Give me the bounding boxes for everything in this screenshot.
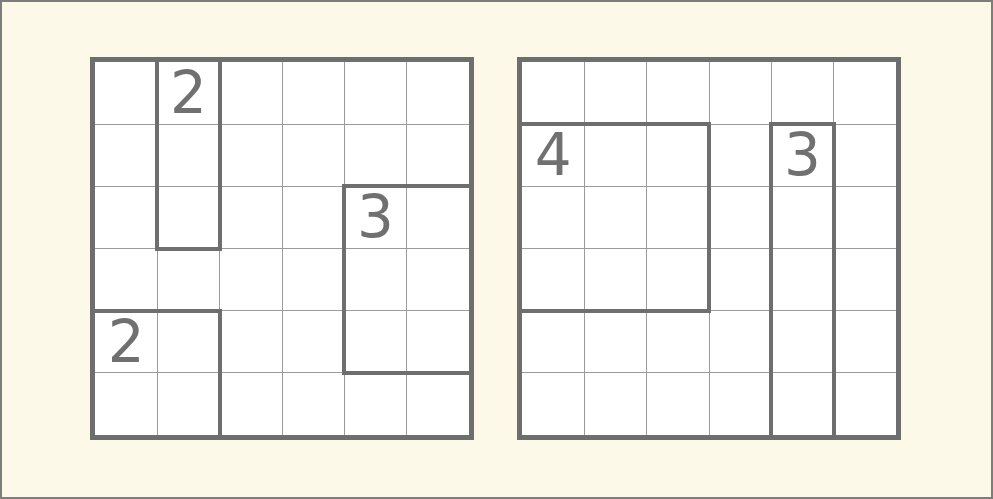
region-border-segment [707,122,711,313]
cell-r2c6[interactable] [407,124,469,186]
cell-r6c6[interactable] [407,373,469,435]
grid-line-horizontal [522,372,896,373]
cell-r5c2[interactable] [584,311,646,373]
clue-number: 3 [344,186,406,248]
cell-r4c4[interactable] [282,249,344,311]
cell-r2c4[interactable] [282,124,344,186]
cell-r1c1[interactable] [95,62,157,124]
cell-r4c2[interactable] [157,249,219,311]
cell-r3c4[interactable] [282,186,344,248]
right-board: 43 [517,57,901,440]
cell-r3c2[interactable] [584,186,646,248]
cell-r6c3[interactable] [220,373,282,435]
cell-r5c1[interactable] [522,311,584,373]
cell-r1c4[interactable] [709,62,771,124]
cell-r5c4[interactable] [282,311,344,373]
cell-r2c1[interactable]: 4 [522,124,584,186]
cell-r5c5[interactable] [344,311,406,373]
cell-r5c6[interactable] [834,311,896,373]
cell-r4c6[interactable] [407,249,469,311]
cell-r6c5[interactable] [344,373,406,435]
cell-r5c4[interactable] [709,311,771,373]
cell-r1c6[interactable] [834,62,896,124]
clue-number: 2 [157,62,219,124]
left-board: 232 [90,57,474,440]
cell-r6c5[interactable] [771,373,833,435]
cell-r6c6[interactable] [834,373,896,435]
region-border-segment [342,371,469,375]
cell-r1c1[interactable] [522,62,584,124]
cell-r6c1[interactable] [522,373,584,435]
cell-r5c5[interactable] [771,311,833,373]
cell-r6c1[interactable] [95,373,157,435]
cell-r2c3[interactable] [220,124,282,186]
region-border-segment [155,247,221,251]
cell-r4c5[interactable] [771,249,833,311]
clue-number: 3 [771,124,833,186]
cell-r1c3[interactable] [647,62,709,124]
cell-r4c2[interactable] [584,249,646,311]
cell-r3c1[interactable] [95,186,157,248]
cell-r4c6[interactable] [834,249,896,311]
region-border-segment [522,309,711,313]
cell-r5c1[interactable]: 2 [95,311,157,373]
cell-r6c2[interactable] [157,373,219,435]
cell-r2c3[interactable] [647,124,709,186]
cell-r4c1[interactable] [95,249,157,311]
clue-number: 2 [95,311,157,373]
cell-r3c5[interactable] [771,186,833,248]
cell-r3c2[interactable] [157,186,219,248]
grid-line-horizontal [95,124,469,125]
grid-line-horizontal [95,248,469,249]
cell-r3c6[interactable] [834,186,896,248]
cell-r5c6[interactable] [407,311,469,373]
cell-r1c4[interactable] [282,62,344,124]
page-background: 232 43 [0,0,993,499]
cell-r1c5[interactable] [771,62,833,124]
cell-r2c6[interactable] [834,124,896,186]
cell-r4c5[interactable] [344,249,406,311]
cell-r4c3[interactable] [647,249,709,311]
cell-r6c3[interactable] [647,373,709,435]
cell-r4c1[interactable] [522,249,584,311]
cell-r2c2[interactable] [584,124,646,186]
cell-r2c4[interactable] [709,124,771,186]
cell-r3c1[interactable] [522,186,584,248]
cell-r1c2[interactable]: 2 [157,62,219,124]
cell-r5c3[interactable] [220,311,282,373]
cell-r5c2[interactable] [157,311,219,373]
cell-r3c5[interactable]: 3 [344,186,406,248]
cell-r6c4[interactable] [709,373,771,435]
cell-r2c5[interactable]: 3 [771,124,833,186]
cell-r6c2[interactable] [584,373,646,435]
cell-r2c2[interactable] [157,124,219,186]
cell-r3c6[interactable] [407,186,469,248]
cell-r1c5[interactable] [344,62,406,124]
cell-r5c3[interactable] [647,311,709,373]
region-border-segment [218,309,222,435]
cell-r1c3[interactable] [220,62,282,124]
cell-r3c3[interactable] [647,186,709,248]
clue-number: 4 [522,124,584,186]
cell-r4c3[interactable] [220,249,282,311]
cell-r1c2[interactable] [584,62,646,124]
cell-r1c6[interactable] [407,62,469,124]
cell-r2c5[interactable] [344,124,406,186]
cell-r3c4[interactable] [709,186,771,248]
cell-r2c1[interactable] [95,124,157,186]
cell-r4c4[interactable] [709,249,771,311]
cell-r6c4[interactable] [282,373,344,435]
cell-r3c3[interactable] [220,186,282,248]
